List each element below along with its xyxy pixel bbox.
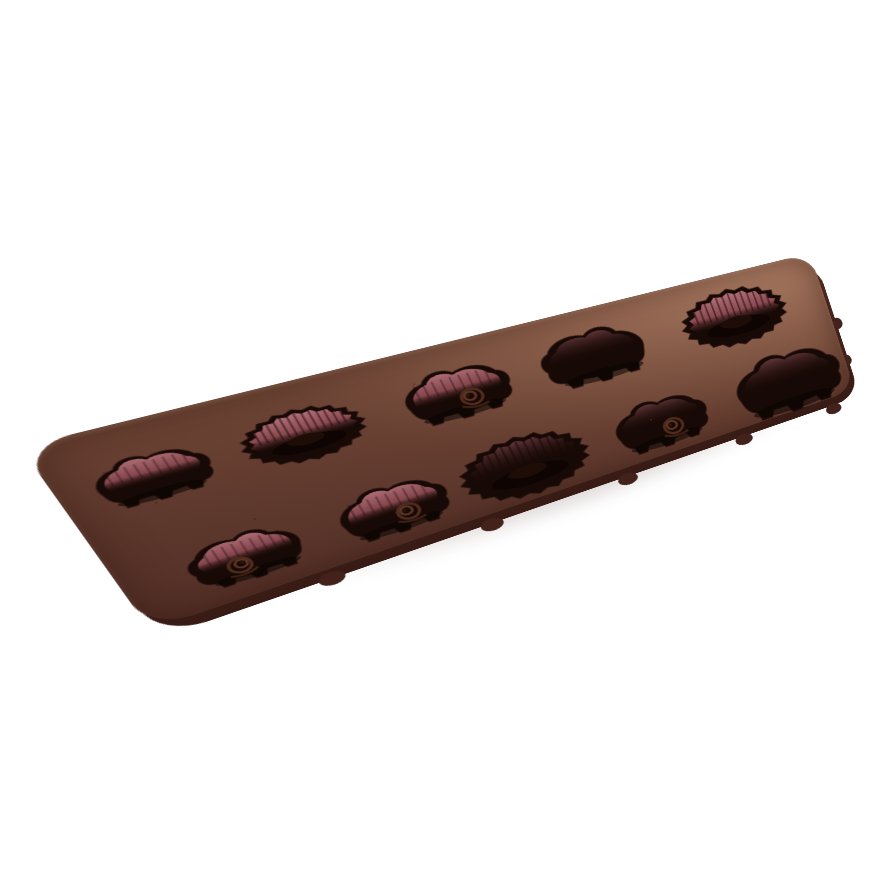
photo-scene <box>0 0 870 870</box>
chocolate-mold <box>20 253 855 630</box>
mold-top-surface <box>20 253 855 630</box>
